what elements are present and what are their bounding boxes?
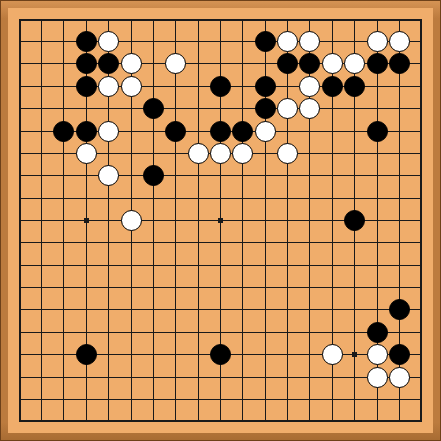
intersection[interactable]: ● [344, 209, 366, 231]
black-stone[interactable]: ● [344, 210, 365, 231]
intersection[interactable] [276, 299, 298, 321]
intersection[interactable] [344, 232, 366, 254]
intersection[interactable] [411, 276, 433, 298]
intersection[interactable] [30, 165, 52, 187]
intersection[interactable] [388, 209, 410, 231]
intersection[interactable]: ○ [254, 120, 276, 142]
white-stone[interactable]: ○ [98, 31, 119, 52]
intersection[interactable] [165, 411, 187, 433]
intersection[interactable] [299, 120, 321, 142]
intersection[interactable]: ○ [366, 344, 388, 366]
intersection[interactable] [30, 232, 52, 254]
intersection[interactable] [344, 254, 366, 276]
intersection[interactable] [165, 209, 187, 231]
intersection[interactable] [366, 75, 388, 97]
intersection[interactable] [30, 254, 52, 276]
intersection[interactable] [187, 344, 209, 366]
intersection[interactable] [388, 411, 410, 433]
white-stone[interactable]: ○ [344, 53, 365, 74]
intersection[interactable] [97, 321, 119, 343]
intersection[interactable]: ● [388, 299, 410, 321]
intersection[interactable] [142, 209, 164, 231]
intersection[interactable]: ● [388, 53, 410, 75]
intersection[interactable] [321, 120, 343, 142]
intersection[interactable] [75, 411, 97, 433]
black-stone[interactable]: ● [76, 53, 97, 74]
intersection[interactable] [366, 142, 388, 164]
intersection[interactable] [232, 366, 254, 388]
black-stone[interactable]: ● [344, 76, 365, 97]
intersection[interactable] [276, 366, 298, 388]
intersection[interactable]: ● [75, 53, 97, 75]
white-stone[interactable]: ○ [232, 143, 253, 164]
intersection[interactable] [53, 209, 75, 231]
white-stone[interactable]: ○ [322, 53, 343, 74]
intersection[interactable] [254, 411, 276, 433]
intersection[interactable] [366, 254, 388, 276]
intersection[interactable] [388, 142, 410, 164]
intersection[interactable] [344, 165, 366, 187]
intersection[interactable] [120, 254, 142, 276]
intersection[interactable] [53, 232, 75, 254]
intersection[interactable] [254, 187, 276, 209]
intersection[interactable] [299, 187, 321, 209]
intersection[interactable] [254, 53, 276, 75]
intersection[interactable] [142, 321, 164, 343]
intersection[interactable] [411, 30, 433, 52]
intersection[interactable] [187, 75, 209, 97]
intersection[interactable] [142, 232, 164, 254]
white-stone[interactable]: ○ [367, 367, 388, 388]
intersection[interactable] [187, 97, 209, 119]
intersection[interactable] [8, 97, 30, 119]
intersection[interactable]: ● [75, 75, 97, 97]
intersection[interactable] [187, 53, 209, 75]
intersection[interactable] [232, 321, 254, 343]
intersection[interactable] [388, 232, 410, 254]
intersection[interactable] [142, 366, 164, 388]
black-stone[interactable]: ● [76, 344, 97, 365]
intersection[interactable]: ● [97, 53, 119, 75]
intersection[interactable] [30, 209, 52, 231]
intersection[interactable] [53, 165, 75, 187]
intersection[interactable] [97, 411, 119, 433]
intersection[interactable] [97, 209, 119, 231]
intersection[interactable] [8, 388, 30, 410]
intersection[interactable] [411, 187, 433, 209]
intersection[interactable] [254, 209, 276, 231]
intersection[interactable] [209, 321, 231, 343]
intersection[interactable] [30, 344, 52, 366]
intersection[interactable] [8, 8, 30, 30]
intersection[interactable] [411, 299, 433, 321]
intersection[interactable] [30, 411, 52, 433]
intersection[interactable] [165, 187, 187, 209]
intersection[interactable] [8, 366, 30, 388]
intersection[interactable] [97, 299, 119, 321]
intersection[interactable] [165, 321, 187, 343]
white-stone[interactable]: ○ [255, 121, 276, 142]
intersection[interactable] [8, 232, 30, 254]
intersection[interactable] [8, 120, 30, 142]
intersection[interactable] [165, 75, 187, 97]
black-stone[interactable]: ● [98, 53, 119, 74]
intersection[interactable] [187, 388, 209, 410]
intersection[interactable] [142, 8, 164, 30]
white-stone[interactable]: ○ [367, 344, 388, 365]
white-stone[interactable]: ○ [121, 76, 142, 97]
intersection[interactable] [366, 97, 388, 119]
intersection[interactable]: ● [276, 53, 298, 75]
intersection[interactable]: ○ [321, 53, 343, 75]
intersection[interactable] [209, 8, 231, 30]
intersection[interactable] [142, 75, 164, 97]
intersection[interactable] [276, 388, 298, 410]
intersection[interactable] [344, 97, 366, 119]
intersection[interactable]: ○ [97, 120, 119, 142]
intersection[interactable] [254, 8, 276, 30]
intersection[interactable] [187, 209, 209, 231]
intersection[interactable] [30, 142, 52, 164]
intersection[interactable] [8, 165, 30, 187]
intersection[interactable] [97, 142, 119, 164]
intersection[interactable] [30, 30, 52, 52]
intersection[interactable]: ○ [344, 53, 366, 75]
intersection[interactable] [97, 8, 119, 30]
intersection[interactable] [75, 187, 97, 209]
intersection[interactable]: ● [388, 344, 410, 366]
intersection[interactable] [30, 299, 52, 321]
intersection[interactable] [30, 276, 52, 298]
intersection[interactable] [53, 187, 75, 209]
intersection[interactable] [388, 120, 410, 142]
black-stone[interactable]: ● [210, 121, 231, 142]
intersection[interactable] [411, 209, 433, 231]
intersection[interactable]: ○ [209, 142, 231, 164]
intersection[interactable] [321, 232, 343, 254]
intersection[interactable] [254, 321, 276, 343]
intersection[interactable] [321, 388, 343, 410]
intersection[interactable] [187, 232, 209, 254]
intersection[interactable] [411, 75, 433, 97]
black-stone[interactable]: ● [165, 121, 186, 142]
intersection[interactable] [388, 75, 410, 97]
intersection[interactable] [75, 165, 97, 187]
intersection[interactable]: ● [209, 120, 231, 142]
intersection[interactable] [299, 344, 321, 366]
intersection[interactable] [411, 388, 433, 410]
intersection[interactable]: ● [344, 75, 366, 97]
black-stone[interactable]: ● [210, 344, 231, 365]
intersection[interactable] [254, 299, 276, 321]
intersection[interactable] [8, 53, 30, 75]
intersection[interactable] [142, 142, 164, 164]
intersection[interactable] [120, 97, 142, 119]
intersection[interactable] [276, 276, 298, 298]
intersection[interactable] [165, 142, 187, 164]
intersection[interactable]: ○ [97, 165, 119, 187]
intersection[interactable] [209, 165, 231, 187]
black-stone[interactable]: ● [53, 121, 74, 142]
intersection[interactable]: ● [75, 120, 97, 142]
intersection[interactable] [97, 344, 119, 366]
black-stone[interactable]: ● [322, 76, 343, 97]
black-stone[interactable]: ● [255, 31, 276, 52]
intersection[interactable] [53, 321, 75, 343]
intersection[interactable] [30, 321, 52, 343]
intersection[interactable] [165, 8, 187, 30]
intersection[interactable] [120, 8, 142, 30]
intersection[interactable] [388, 165, 410, 187]
black-stone[interactable]: ● [255, 76, 276, 97]
black-stone[interactable]: ● [210, 76, 231, 97]
intersection[interactable]: ● [209, 75, 231, 97]
intersection[interactable] [299, 276, 321, 298]
intersection[interactable] [142, 388, 164, 410]
intersection[interactable] [165, 97, 187, 119]
intersection[interactable] [232, 388, 254, 410]
intersection[interactable] [53, 97, 75, 119]
intersection[interactable] [53, 388, 75, 410]
black-stone[interactable]: ● [389, 299, 410, 320]
intersection[interactable] [321, 411, 343, 433]
white-stone[interactable]: ○ [121, 210, 142, 231]
intersection[interactable] [299, 165, 321, 187]
white-stone[interactable]: ○ [389, 367, 410, 388]
intersection[interactable] [165, 30, 187, 52]
intersection[interactable] [321, 97, 343, 119]
intersection[interactable] [53, 8, 75, 30]
black-stone[interactable]: ● [277, 53, 298, 74]
intersection[interactable] [232, 30, 254, 52]
intersection[interactable] [165, 254, 187, 276]
intersection[interactable]: ○ [366, 366, 388, 388]
intersection[interactable] [142, 299, 164, 321]
black-stone[interactable]: ● [389, 344, 410, 365]
intersection[interactable] [232, 254, 254, 276]
intersection[interactable] [8, 187, 30, 209]
intersection[interactable]: ○ [97, 75, 119, 97]
intersection[interactable] [411, 97, 433, 119]
intersection[interactable] [187, 411, 209, 433]
intersection[interactable] [30, 8, 52, 30]
intersection[interactable] [97, 276, 119, 298]
white-stone[interactable]: ○ [98, 76, 119, 97]
intersection[interactable] [209, 53, 231, 75]
intersection[interactable]: ● [254, 75, 276, 97]
intersection[interactable] [254, 254, 276, 276]
black-stone[interactable]: ● [232, 121, 253, 142]
intersection[interactable] [388, 276, 410, 298]
intersection[interactable] [8, 75, 30, 97]
intersection[interactable]: ● [366, 120, 388, 142]
intersection[interactable]: ○ [388, 30, 410, 52]
intersection[interactable] [411, 8, 433, 30]
intersection[interactable] [299, 8, 321, 30]
black-stone[interactable]: ● [76, 76, 97, 97]
intersection[interactable] [366, 187, 388, 209]
intersection[interactable] [321, 276, 343, 298]
intersection[interactable] [53, 366, 75, 388]
intersection[interactable] [388, 254, 410, 276]
intersection[interactable] [97, 187, 119, 209]
intersection[interactable] [187, 321, 209, 343]
intersection[interactable]: ● [321, 75, 343, 97]
intersection[interactable] [53, 276, 75, 298]
intersection[interactable] [120, 299, 142, 321]
intersection[interactable] [366, 165, 388, 187]
intersection[interactable] [254, 142, 276, 164]
black-stone[interactable]: ● [367, 322, 388, 343]
black-stone[interactable]: ● [143, 98, 164, 119]
intersection[interactable] [53, 142, 75, 164]
intersection[interactable] [366, 8, 388, 30]
intersection[interactable] [30, 120, 52, 142]
intersection[interactable]: ● [254, 97, 276, 119]
intersection[interactable] [411, 321, 433, 343]
intersection[interactable] [276, 75, 298, 97]
intersection[interactable] [276, 8, 298, 30]
intersection[interactable]: ○ [276, 97, 298, 119]
intersection[interactable] [209, 366, 231, 388]
intersection[interactable] [411, 120, 433, 142]
intersection[interactable] [366, 232, 388, 254]
intersection[interactable] [30, 97, 52, 119]
intersection[interactable] [53, 344, 75, 366]
intersection[interactable] [232, 8, 254, 30]
intersection[interactable] [8, 344, 30, 366]
intersection[interactable] [120, 165, 142, 187]
intersection[interactable] [120, 187, 142, 209]
white-stone[interactable]: ○ [277, 98, 298, 119]
intersection[interactable] [120, 120, 142, 142]
intersection[interactable]: ○ [276, 30, 298, 52]
intersection[interactable]: ● [142, 165, 164, 187]
intersection[interactable] [411, 142, 433, 164]
intersection[interactable] [366, 276, 388, 298]
intersection[interactable] [142, 254, 164, 276]
intersection[interactable] [254, 366, 276, 388]
intersection[interactable]: ○ [75, 142, 97, 164]
intersection[interactable] [232, 411, 254, 433]
intersection[interactable] [120, 388, 142, 410]
intersection[interactable] [97, 366, 119, 388]
intersection[interactable] [53, 411, 75, 433]
intersection[interactable] [8, 209, 30, 231]
intersection[interactable] [209, 209, 231, 231]
intersection[interactable] [165, 366, 187, 388]
intersection[interactable]: ○ [366, 30, 388, 52]
intersection[interactable]: ○ [165, 53, 187, 75]
intersection[interactable] [8, 411, 30, 433]
white-stone[interactable]: ○ [389, 31, 410, 52]
intersection[interactable]: ○ [120, 209, 142, 231]
intersection[interactable] [209, 299, 231, 321]
intersection[interactable] [75, 254, 97, 276]
intersection[interactable] [366, 209, 388, 231]
intersection[interactable]: ● [366, 53, 388, 75]
intersection[interactable] [53, 75, 75, 97]
intersection[interactable] [388, 97, 410, 119]
intersection[interactable] [165, 232, 187, 254]
intersection[interactable] [344, 321, 366, 343]
intersection[interactable] [299, 321, 321, 343]
intersection[interactable] [75, 321, 97, 343]
intersection[interactable] [232, 187, 254, 209]
intersection[interactable] [209, 411, 231, 433]
intersection[interactable] [75, 8, 97, 30]
intersection[interactable] [75, 276, 97, 298]
intersection[interactable] [321, 209, 343, 231]
intersection[interactable] [299, 254, 321, 276]
white-stone[interactable]: ○ [277, 31, 298, 52]
intersection[interactable] [187, 299, 209, 321]
intersection[interactable] [97, 388, 119, 410]
intersection[interactable] [75, 299, 97, 321]
intersection[interactable] [344, 8, 366, 30]
black-stone[interactable]: ● [367, 121, 388, 142]
intersection[interactable] [344, 388, 366, 410]
intersection[interactable] [321, 299, 343, 321]
intersection[interactable] [53, 53, 75, 75]
intersection[interactable] [75, 232, 97, 254]
intersection[interactable]: ● [53, 120, 75, 142]
intersection[interactable] [254, 276, 276, 298]
intersection[interactable] [321, 8, 343, 30]
black-stone[interactable]: ● [76, 121, 97, 142]
intersection[interactable]: ○ [120, 53, 142, 75]
intersection[interactable] [30, 53, 52, 75]
intersection[interactable] [8, 276, 30, 298]
intersection[interactable] [276, 187, 298, 209]
intersection[interactable] [120, 321, 142, 343]
intersection[interactable] [187, 30, 209, 52]
intersection[interactable] [209, 388, 231, 410]
intersection[interactable] [276, 232, 298, 254]
intersection[interactable]: ● [165, 120, 187, 142]
intersection[interactable] [209, 187, 231, 209]
black-stone[interactable]: ● [367, 53, 388, 74]
intersection[interactable] [366, 299, 388, 321]
intersection[interactable] [299, 232, 321, 254]
intersection[interactable] [97, 232, 119, 254]
intersection[interactable]: ● [142, 97, 164, 119]
intersection[interactable] [120, 411, 142, 433]
intersection[interactable] [254, 165, 276, 187]
intersection[interactable] [165, 276, 187, 298]
intersection[interactable] [254, 232, 276, 254]
intersection[interactable] [75, 209, 97, 231]
intersection[interactable] [187, 165, 209, 187]
intersection[interactable] [388, 187, 410, 209]
intersection[interactable] [276, 254, 298, 276]
intersection[interactable] [120, 276, 142, 298]
intersection[interactable] [321, 165, 343, 187]
white-stone[interactable]: ○ [277, 143, 298, 164]
intersection[interactable] [232, 276, 254, 298]
intersection[interactable] [344, 299, 366, 321]
intersection[interactable] [165, 165, 187, 187]
black-stone[interactable]: ● [76, 31, 97, 52]
intersection[interactable] [232, 232, 254, 254]
intersection[interactable] [30, 187, 52, 209]
intersection[interactable] [209, 97, 231, 119]
intersection[interactable] [344, 366, 366, 388]
intersection[interactable] [344, 30, 366, 52]
intersection[interactable]: ○ [97, 30, 119, 52]
intersection[interactable] [209, 254, 231, 276]
intersection[interactable] [142, 344, 164, 366]
